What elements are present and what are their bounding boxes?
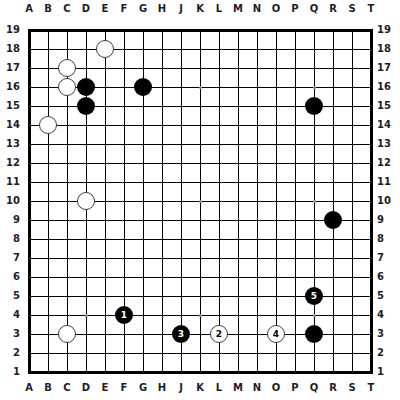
row-label: 16	[0, 80, 20, 93]
column-label: C	[58, 381, 76, 394]
stone-black[interactable]	[77, 78, 95, 96]
move-number-label: 2	[216, 330, 222, 339]
stone-black[interactable]: 1	[115, 306, 133, 324]
row-label: 8	[377, 232, 399, 245]
row-label: 7	[377, 251, 399, 264]
column-label: K	[191, 2, 209, 15]
column-label: E	[96, 2, 114, 15]
row-label: 12	[377, 156, 399, 169]
row-label: 3	[377, 327, 399, 340]
move-number-label: 5	[311, 292, 317, 301]
row-label: 2	[377, 346, 399, 359]
column-label: J	[172, 2, 190, 15]
column-label: K	[191, 381, 209, 394]
column-label: F	[115, 2, 133, 15]
star-point	[313, 314, 316, 317]
star-point	[85, 314, 88, 317]
star-point	[313, 86, 316, 89]
column-label: N	[248, 2, 266, 15]
column-label: L	[210, 2, 228, 15]
row-label: 6	[0, 270, 20, 283]
row-label: 16	[377, 80, 399, 93]
row-label: 10	[377, 194, 399, 207]
star-point	[313, 200, 316, 203]
row-label: 19	[377, 23, 399, 36]
row-label: 4	[0, 308, 20, 321]
star-point	[199, 86, 202, 89]
row-label: 19	[0, 23, 20, 36]
stone-white[interactable]: 2	[210, 325, 228, 343]
row-label: 7	[0, 251, 20, 264]
column-label: R	[324, 2, 342, 15]
row-label: 10	[0, 194, 20, 207]
stone-black[interactable]	[305, 325, 323, 343]
column-label: H	[153, 381, 171, 394]
row-label: 14	[377, 118, 399, 131]
column-label: J	[172, 381, 190, 394]
stone-black[interactable]	[134, 78, 152, 96]
row-label: 9	[377, 213, 399, 226]
column-label: Q	[305, 381, 323, 394]
column-label: M	[229, 381, 247, 394]
row-label: 1	[377, 365, 399, 378]
row-label: 15	[0, 99, 20, 112]
column-label: P	[286, 381, 304, 394]
column-label: P	[286, 2, 304, 15]
column-label: D	[77, 2, 95, 15]
column-label: M	[229, 2, 247, 15]
column-label: A	[20, 2, 38, 15]
stone-white[interactable]	[58, 78, 76, 96]
stone-white[interactable]	[96, 40, 114, 58]
star-point	[199, 314, 202, 317]
stone-black[interactable]	[77, 97, 95, 115]
column-label: C	[58, 2, 76, 15]
stone-black[interactable]: 5	[305, 287, 323, 305]
column-label: S	[343, 2, 361, 15]
row-label: 8	[0, 232, 20, 245]
row-label: 14	[0, 118, 20, 131]
column-label: O	[267, 381, 285, 394]
row-label: 15	[377, 99, 399, 112]
row-label: 1	[0, 365, 20, 378]
stone-black[interactable]	[305, 97, 323, 115]
row-label: 5	[0, 289, 20, 302]
column-label: E	[96, 381, 114, 394]
move-number-label: 3	[178, 330, 184, 339]
move-number-label: 4	[273, 330, 279, 339]
row-label: 13	[0, 137, 20, 150]
column-label: T	[362, 381, 380, 394]
column-label: H	[153, 2, 171, 15]
row-label: 3	[0, 327, 20, 340]
stone-white[interactable]	[39, 116, 57, 134]
row-label: 4	[377, 308, 399, 321]
column-label: N	[248, 381, 266, 394]
column-label: B	[39, 381, 57, 394]
row-label: 11	[377, 175, 399, 188]
stone-white[interactable]	[58, 59, 76, 77]
stone-black[interactable]: 3	[172, 325, 190, 343]
stone-white[interactable]	[77, 192, 95, 210]
row-label: 17	[377, 61, 399, 74]
row-label: 9	[0, 213, 20, 226]
row-label: 12	[0, 156, 20, 169]
row-label: 18	[377, 42, 399, 55]
move-number-label: 1	[121, 311, 127, 320]
column-label: A	[20, 381, 38, 394]
stone-white[interactable]: 4	[267, 325, 285, 343]
row-label: 13	[377, 137, 399, 150]
column-label: T	[362, 2, 380, 15]
column-label: G	[134, 381, 152, 394]
column-label: R	[324, 381, 342, 394]
row-label: 17	[0, 61, 20, 74]
row-label: 18	[0, 42, 20, 55]
stone-black[interactable]	[324, 211, 342, 229]
row-label: 11	[0, 175, 20, 188]
column-label: L	[210, 381, 228, 394]
row-label: 5	[377, 289, 399, 302]
row-label: 2	[0, 346, 20, 359]
column-label: B	[39, 2, 57, 15]
column-label: Q	[305, 2, 323, 15]
star-point	[199, 200, 202, 203]
go-board-diagram: ABCDEFGHJKLMNOPQRST ABCDEFGHJKLMNOPQRST …	[0, 0, 400, 400]
column-label: O	[267, 2, 285, 15]
column-label: G	[134, 2, 152, 15]
column-label: S	[343, 381, 361, 394]
row-label: 6	[377, 270, 399, 283]
column-label: D	[77, 381, 95, 394]
stone-white[interactable]	[58, 325, 76, 343]
column-label: F	[115, 381, 133, 394]
